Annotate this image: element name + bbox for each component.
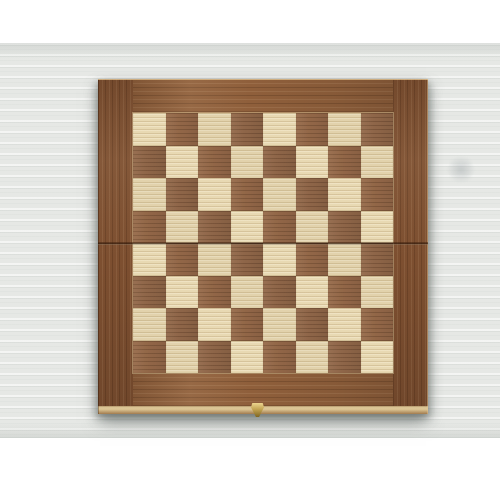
product-photo-background [0, 0, 500, 500]
board-square [198, 211, 231, 244]
board-square [198, 113, 231, 146]
table-smudge [447, 156, 475, 183]
fold-seam [98, 242, 428, 245]
board-square [263, 243, 296, 276]
board-square [198, 243, 231, 276]
board-square [133, 341, 166, 374]
board-square [296, 146, 329, 179]
board-square [296, 243, 329, 276]
board-square [328, 211, 361, 244]
board-square [166, 308, 199, 341]
board-square [231, 178, 264, 211]
board-square [328, 113, 361, 146]
board-square [361, 341, 394, 374]
board-square [263, 308, 296, 341]
board-square [198, 146, 231, 179]
board-square [231, 243, 264, 276]
board-square [198, 276, 231, 309]
board-square [133, 243, 166, 276]
board-square [263, 178, 296, 211]
board-square [361, 178, 394, 211]
board-square [133, 146, 166, 179]
board-square [361, 276, 394, 309]
board-square [263, 341, 296, 374]
board-square [198, 178, 231, 211]
board-square [328, 243, 361, 276]
board-square [361, 243, 394, 276]
board-square [198, 341, 231, 374]
board-square [166, 243, 199, 276]
board-square [166, 146, 199, 179]
board-square [263, 146, 296, 179]
board-square [231, 308, 264, 341]
board-square [296, 178, 329, 211]
board-square [328, 178, 361, 211]
board-square [166, 113, 199, 146]
board-square [198, 308, 231, 341]
board-square [231, 146, 264, 179]
board-square [296, 308, 329, 341]
board-square [231, 211, 264, 244]
board-square [166, 276, 199, 309]
board-square [361, 308, 394, 341]
board-square [296, 276, 329, 309]
board-square [328, 276, 361, 309]
board-square [328, 308, 361, 341]
board-square [133, 308, 166, 341]
board-square [296, 341, 329, 374]
board-square [296, 211, 329, 244]
board-frame-top [133, 79, 393, 113]
board-square [361, 211, 394, 244]
board-square [133, 211, 166, 244]
board-square [328, 341, 361, 374]
board-square [133, 276, 166, 309]
board-square [263, 113, 296, 146]
board-square [231, 113, 264, 146]
board-square [263, 211, 296, 244]
chess-board [98, 79, 428, 414]
board-square [231, 276, 264, 309]
board-square [231, 341, 264, 374]
board-square [133, 178, 166, 211]
board-frame-bottom [133, 373, 393, 406]
board-square [166, 178, 199, 211]
board-square [133, 113, 166, 146]
board-square [263, 276, 296, 309]
board-square [361, 146, 394, 179]
board-square [166, 211, 199, 244]
board-square [166, 341, 199, 374]
board-square [361, 113, 394, 146]
board-square [328, 146, 361, 179]
board-square [296, 113, 329, 146]
